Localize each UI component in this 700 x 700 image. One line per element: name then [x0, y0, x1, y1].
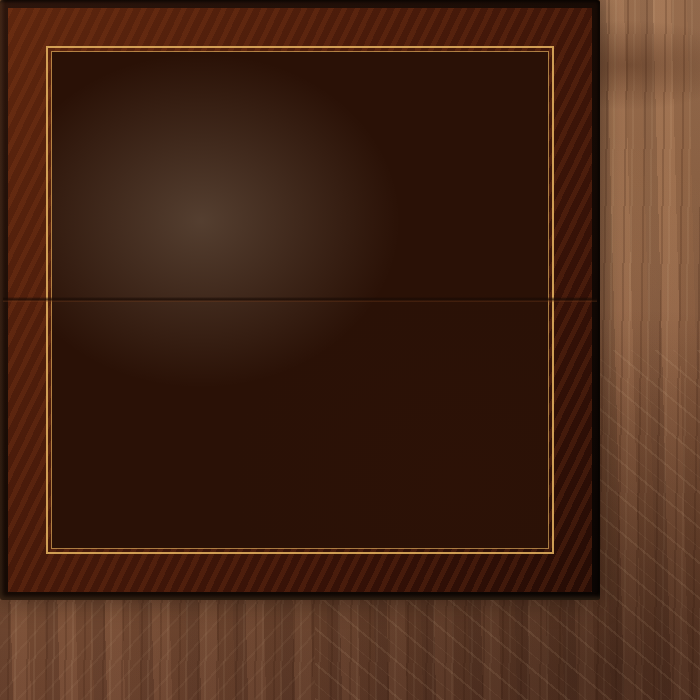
board-grid: [52, 52, 548, 548]
chess-board: [0, 0, 600, 600]
chess-set-photo: [0, 0, 700, 700]
